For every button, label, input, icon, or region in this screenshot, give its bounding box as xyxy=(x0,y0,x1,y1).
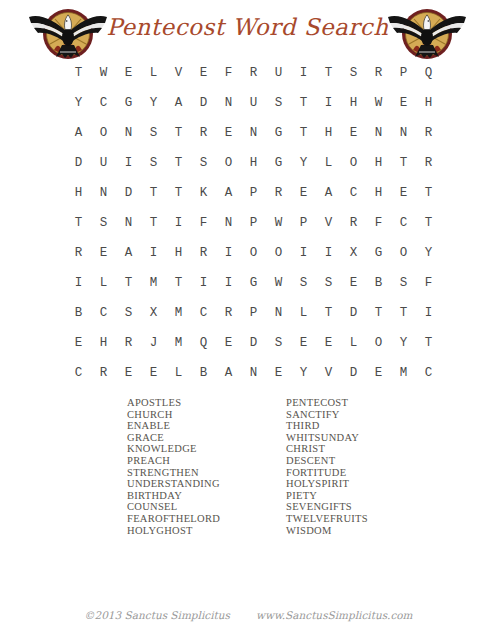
grid-cell-r9c13[interactable]: T xyxy=(366,298,391,328)
grid-cell-r10c3[interactable]: R xyxy=(116,328,141,358)
grid-cell-r2c10[interactable]: T xyxy=(291,88,316,118)
grid-cell-r6c2[interactable]: S xyxy=(91,208,116,238)
grid-cell-r7c1[interactable]: R xyxy=(66,238,91,268)
grid-cell-r2c2[interactable]: C xyxy=(91,88,116,118)
grid-cell-r6c11[interactable]: V xyxy=(316,208,341,238)
grid-cell-r2c15[interactable]: H xyxy=(416,88,441,118)
grid-cell-r6c5[interactable]: I xyxy=(166,208,191,238)
grid-cell-r9c9[interactable]: N xyxy=(266,298,291,328)
grid-cell-r7c15[interactable]: Y xyxy=(416,238,441,268)
grid-cell-r2c9[interactable]: S xyxy=(266,88,291,118)
word-list-item: CHURCH xyxy=(127,409,220,421)
grid-cell-r8c12[interactable]: E xyxy=(341,268,366,298)
grid-cell-r1c15[interactable]: Q xyxy=(416,58,441,88)
copyright-text: ©2013 Sanctus Simplicitus xyxy=(84,609,230,621)
grid-cell-r3c3[interactable]: N xyxy=(116,118,141,148)
grid-cell-r8c3[interactable]: T xyxy=(116,268,141,298)
grid-cell-r6c8[interactable]: P xyxy=(241,208,266,238)
word-list-right: PENTECOSTSANCTIFYTHIRDWHITSUNDAYCHRISTDE… xyxy=(286,397,368,536)
grid-cell-r1c3[interactable]: E xyxy=(116,58,141,88)
grid-cell-r1c5[interactable]: V xyxy=(166,58,191,88)
word-list-item: FORTITUDE xyxy=(286,467,368,479)
grid-cell-r5c14[interactable]: E xyxy=(391,178,416,208)
grid-cell-r5c6[interactable]: K xyxy=(191,178,216,208)
grid-cell-r4c15[interactable]: R xyxy=(416,148,441,178)
grid-cell-r1c1[interactable]: T xyxy=(66,58,91,88)
word-list-item: PIETY xyxy=(286,490,368,502)
grid-cell-r10c6[interactable]: Q xyxy=(191,328,216,358)
word-list-item: TWELVEFRUITS xyxy=(286,513,368,525)
grid-cell-r7c7[interactable]: I xyxy=(216,238,241,268)
grid-cell-r8c15[interactable]: F xyxy=(416,268,441,298)
grid-cell-r10c12[interactable]: L xyxy=(341,328,366,358)
grid-cell-r2c11[interactable]: I xyxy=(316,88,341,118)
grid-cell-r8c13[interactable]: B xyxy=(366,268,391,298)
grid-cell-r4c2[interactable]: U xyxy=(91,148,116,178)
grid-cell-r9c15[interactable]: I xyxy=(416,298,441,328)
grid-cell-r4c13[interactable]: H xyxy=(366,148,391,178)
grid-cell-r3c6[interactable]: R xyxy=(191,118,216,148)
grid-cell-r6c9[interactable]: W xyxy=(266,208,291,238)
grid-cell-r1c9[interactable]: U xyxy=(266,58,291,88)
word-list-item: FEAROFTHELORD xyxy=(127,513,220,525)
grid-cell-r11c7[interactable]: A xyxy=(216,358,241,388)
word-list-item: BIRTHDAY xyxy=(127,490,220,502)
grid-cell-r5c8[interactable]: P xyxy=(241,178,266,208)
word-list-item: COUNSEL xyxy=(127,501,220,513)
grid-cell-r8c1[interactable]: I xyxy=(66,268,91,298)
word-list-item: HOLYSPIRIT xyxy=(286,478,368,490)
grid-cell-r10c2[interactable]: H xyxy=(91,328,116,358)
grid-cell-r4c4[interactable]: S xyxy=(141,148,166,178)
grid-cell-r11c2[interactable]: R xyxy=(91,358,116,388)
grid-cell-r1c4[interactable]: L xyxy=(141,58,166,88)
grid-cell-r2c4[interactable]: Y xyxy=(141,88,166,118)
grid-cell-r6c7[interactable]: N xyxy=(216,208,241,238)
grid-cell-r11c9[interactable]: E xyxy=(266,358,291,388)
grid-cell-r9c10[interactable]: L xyxy=(291,298,316,328)
word-list-item: THIRD xyxy=(286,420,368,432)
grid-cell-r11c10[interactable]: Y xyxy=(291,358,316,388)
dove-emblem-right xyxy=(387,4,467,60)
word-search-grid: TWELVEFRUITSRPQYCGYADNUSTIHWEHAONSTRENGT… xyxy=(66,58,441,388)
grid-cell-r2c7[interactable]: N xyxy=(216,88,241,118)
grid-cell-r7c8[interactable]: O xyxy=(241,238,266,268)
grid-cell-r3c9[interactable]: G xyxy=(266,118,291,148)
grid-cell-r6c6[interactable]: F xyxy=(191,208,216,238)
grid-cell-r11c15[interactable]: C xyxy=(416,358,441,388)
grid-cell-r6c4[interactable]: T xyxy=(141,208,166,238)
grid-cell-r5c13[interactable]: H xyxy=(366,178,391,208)
grid-cell-r3c11[interactable]: H xyxy=(316,118,341,148)
grid-cell-r3c12[interactable]: E xyxy=(341,118,366,148)
grid-cell-r10c15[interactable]: T xyxy=(416,328,441,358)
worksheet-page: Pentecost Word Search xyxy=(0,0,495,640)
grid-cell-r8c10[interactable]: S xyxy=(291,268,316,298)
grid-cell-r11c8[interactable]: N xyxy=(241,358,266,388)
grid-cell-r1c14[interactable]: P xyxy=(391,58,416,88)
grid-cell-r5c7[interactable]: A xyxy=(216,178,241,208)
grid-cell-r11c11[interactable]: V xyxy=(316,358,341,388)
grid-cell-r5c4[interactable]: T xyxy=(141,178,166,208)
grid-cell-r2c6[interactable]: D xyxy=(191,88,216,118)
word-list-item: ENABLE xyxy=(127,420,220,432)
grid-cell-r8c7[interactable]: I xyxy=(216,268,241,298)
grid-cell-r4c8[interactable]: H xyxy=(241,148,266,178)
grid-cell-r11c5[interactable]: L xyxy=(166,358,191,388)
grid-cell-r9c4[interactable]: X xyxy=(141,298,166,328)
grid-cell-r10c5[interactable]: M xyxy=(166,328,191,358)
grid-cell-r8c14[interactable]: S xyxy=(391,268,416,298)
grid-cell-r11c3[interactable]: E xyxy=(116,358,141,388)
grid-cell-r8c9[interactable]: W xyxy=(266,268,291,298)
grid-cell-r8c11[interactable]: S xyxy=(316,268,341,298)
grid-cell-r7c10[interactable]: I xyxy=(291,238,316,268)
grid-cell-r2c12[interactable]: H xyxy=(341,88,366,118)
grid-cell-r10c7[interactable]: E xyxy=(216,328,241,358)
dove-icon xyxy=(387,4,467,60)
grid-cell-r8c8[interactable]: G xyxy=(241,268,266,298)
grid-cell-r2c8[interactable]: U xyxy=(241,88,266,118)
grid-cell-r3c15[interactable]: R xyxy=(416,118,441,148)
grid-cell-r3c4[interactable]: S xyxy=(141,118,166,148)
grid-cell-r9c12[interactable]: D xyxy=(341,298,366,328)
grid-cell-r11c13[interactable]: E xyxy=(366,358,391,388)
grid-cell-r3c13[interactable]: N xyxy=(366,118,391,148)
word-list-item: APOSTLES xyxy=(127,397,220,409)
grid-cell-r8c2[interactable]: L xyxy=(91,268,116,298)
grid-cell-r4c1[interactable]: D xyxy=(66,148,91,178)
grid-cell-r5c15[interactable]: T xyxy=(416,178,441,208)
grid-cell-r8c5[interactable]: T xyxy=(166,268,191,298)
grid-cell-r7c3[interactable]: A xyxy=(116,238,141,268)
grid-cell-r7c4[interactable]: I xyxy=(141,238,166,268)
grid-cell-r9c8[interactable]: P xyxy=(241,298,266,328)
grid-cell-r10c11[interactable]: E xyxy=(316,328,341,358)
word-list-item: SANCTIFY xyxy=(286,409,368,421)
grid-cell-r10c4[interactable]: J xyxy=(141,328,166,358)
word-list-item: WHITSUNDAY xyxy=(286,432,368,444)
word-list-left: APOSTLESCHURCHENABLEGRACEKNOWLEDGEPREACH… xyxy=(127,397,220,536)
grid-cell-r7c6[interactable]: R xyxy=(191,238,216,268)
word-list-item: UNDERSTANDING xyxy=(127,478,220,490)
grid-cell-r9c14[interactable]: T xyxy=(391,298,416,328)
grid-cell-r7c13[interactable]: G xyxy=(366,238,391,268)
grid-cell-r10c10[interactable]: E xyxy=(291,328,316,358)
grid-cell-r2c14[interactable]: E xyxy=(391,88,416,118)
grid-cell-r7c9[interactable]: O xyxy=(266,238,291,268)
grid-cell-r6c13[interactable]: F xyxy=(366,208,391,238)
grid-cell-r10c9[interactable]: S xyxy=(266,328,291,358)
grid-cell-r6c14[interactable]: C xyxy=(391,208,416,238)
word-list-item: PENTECOST xyxy=(286,397,368,409)
website-text: www.SanctusSimplicitus.com xyxy=(256,609,413,621)
grid-cell-r10c8[interactable]: D xyxy=(241,328,266,358)
word-list-item: GRACE xyxy=(127,432,220,444)
grid-cell-r2c1[interactable]: Y xyxy=(66,88,91,118)
grid-cell-r1c8[interactable]: R xyxy=(241,58,266,88)
grid-cell-r7c14[interactable]: O xyxy=(391,238,416,268)
grid-cell-r5c1[interactable]: H xyxy=(66,178,91,208)
grid-cell-r7c5[interactable]: H xyxy=(166,238,191,268)
grid-cell-r1c12[interactable]: S xyxy=(341,58,366,88)
grid-cell-r9c5[interactable]: M xyxy=(166,298,191,328)
grid-cell-r5c5[interactable]: T xyxy=(166,178,191,208)
grid-cell-r1c6[interactable]: E xyxy=(191,58,216,88)
word-list-item: WISDOM xyxy=(286,525,368,537)
grid-cell-r10c14[interactable]: Y xyxy=(391,328,416,358)
grid-cell-r9c7[interactable]: R xyxy=(216,298,241,328)
grid-cell-r6c3[interactable]: N xyxy=(116,208,141,238)
grid-cell-r9c2[interactable]: C xyxy=(91,298,116,328)
grid-cell-r4c10[interactable]: Y xyxy=(291,148,316,178)
grid-cell-r1c13[interactable]: R xyxy=(366,58,391,88)
grid-cell-r6c1[interactable]: T xyxy=(66,208,91,238)
grid-cell-r4c9[interactable]: G xyxy=(266,148,291,178)
grid-cell-r7c2[interactable]: E xyxy=(91,238,116,268)
grid-cell-r3c1[interactable]: A xyxy=(66,118,91,148)
grid-cell-r4c7[interactable]: O xyxy=(216,148,241,178)
grid-cell-r1c10[interactable]: I xyxy=(291,58,316,88)
grid-cell-r3c5[interactable]: T xyxy=(166,118,191,148)
grid-cell-r10c13[interactable]: O xyxy=(366,328,391,358)
grid-cell-r4c12[interactable]: O xyxy=(341,148,366,178)
grid-cell-r5c3[interactable]: D xyxy=(116,178,141,208)
word-list-item: CHRIST xyxy=(286,443,368,455)
grid-cell-r9c1[interactable]: B xyxy=(66,298,91,328)
word-list-item: PREACH xyxy=(127,455,220,467)
grid-cell-r7c11[interactable]: I xyxy=(316,238,341,268)
grid-cell-r4c3[interactable]: I xyxy=(116,148,141,178)
grid-cell-r8c4[interactable]: M xyxy=(141,268,166,298)
grid-cell-r4c14[interactable]: T xyxy=(391,148,416,178)
grid-cell-r5c10[interactable]: E xyxy=(291,178,316,208)
grid-cell-r11c4[interactable]: E xyxy=(141,358,166,388)
grid-cell-r4c5[interactable]: T xyxy=(166,148,191,178)
word-lists: APOSTLESCHURCHENABLEGRACEKNOWLEDGEPREACH… xyxy=(0,397,495,537)
word-list-item: KNOWLEDGE xyxy=(127,443,220,455)
grid-cell-r6c15[interactable]: T xyxy=(416,208,441,238)
grid-cell-r7c12[interactable]: X xyxy=(341,238,366,268)
grid-cell-r4c11[interactable]: L xyxy=(316,148,341,178)
grid-cell-r1c11[interactable]: T xyxy=(316,58,341,88)
grid-cell-r11c12[interactable]: D xyxy=(341,358,366,388)
grid-cell-r9c3[interactable]: S xyxy=(116,298,141,328)
grid-cell-r11c1[interactable]: C xyxy=(66,358,91,388)
grid-cell-r9c6[interactable]: C xyxy=(191,298,216,328)
grid-cell-r11c6[interactable]: B xyxy=(191,358,216,388)
grid-cell-r5c2[interactable]: N xyxy=(91,178,116,208)
grid-cell-r6c10[interactable]: P xyxy=(291,208,316,238)
grid-cell-r2c13[interactable]: W xyxy=(366,88,391,118)
grid-cell-r2c3[interactable]: G xyxy=(116,88,141,118)
grid-cell-r5c11[interactable]: A xyxy=(316,178,341,208)
grid-cell-r3c14[interactable]: N xyxy=(391,118,416,148)
grid-cell-r3c7[interactable]: E xyxy=(216,118,241,148)
grid-cell-r1c2[interactable]: W xyxy=(91,58,116,88)
word-list-item: HOLYGHOST xyxy=(127,525,220,537)
grid-cell-r11c14[interactable]: M xyxy=(391,358,416,388)
word-list-item: STRENGTHEN xyxy=(127,467,220,479)
grid-cell-r6c12[interactable]: R xyxy=(341,208,366,238)
grid-cell-r3c8[interactable]: N xyxy=(241,118,266,148)
grid-cell-r5c12[interactable]: C xyxy=(341,178,366,208)
grid-cell-r3c10[interactable]: T xyxy=(291,118,316,148)
grid-cell-r9c11[interactable]: T xyxy=(316,298,341,328)
grid-cell-r8c6[interactable]: I xyxy=(191,268,216,298)
grid-cell-r10c1[interactable]: E xyxy=(66,328,91,358)
word-list-item: DESCENT xyxy=(286,455,368,467)
grid-cell-r5c9[interactable]: R xyxy=(266,178,291,208)
grid-cell-r1c7[interactable]: F xyxy=(216,58,241,88)
grid-cell-r4c6[interactable]: S xyxy=(191,148,216,178)
grid-cell-r2c5[interactable]: A xyxy=(166,88,191,118)
word-list-item: SEVENGIFTS xyxy=(286,501,368,513)
grid-cell-r3c2[interactable]: O xyxy=(91,118,116,148)
